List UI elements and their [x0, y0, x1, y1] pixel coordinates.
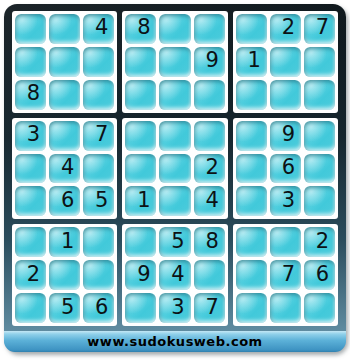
sudoku-cell[interactable]	[304, 186, 335, 216]
sudoku-cell[interactable]	[194, 14, 225, 44]
sudoku-cell[interactable]	[236, 260, 267, 290]
sudoku-box: 963	[233, 118, 338, 220]
sudoku-cell[interactable]: 1	[125, 186, 156, 216]
sudoku-cell[interactable]: 4	[194, 186, 225, 216]
sudoku-box: 589437	[122, 224, 227, 326]
sudoku-cell[interactable]: 8	[15, 80, 46, 110]
sudoku-cell[interactable]	[15, 186, 46, 216]
given-digit: 7	[95, 124, 108, 145]
sudoku-cell[interactable]	[83, 260, 114, 290]
sudoku-cell[interactable]	[15, 47, 46, 77]
sudoku-box: 1256	[12, 224, 117, 326]
sudoku-cell[interactable]	[49, 121, 80, 151]
sudoku-cell[interactable]: 8	[194, 227, 225, 257]
given-digit: 2	[282, 17, 295, 38]
sudoku-box: 271	[233, 11, 338, 113]
sudoku-cell[interactable]	[194, 80, 225, 110]
sudoku-cell[interactable]	[125, 227, 156, 257]
sudoku-cell[interactable]	[159, 154, 190, 184]
sudoku-cell[interactable]	[236, 121, 267, 151]
given-digit: 4	[61, 157, 74, 178]
given-digit: 2	[316, 231, 329, 252]
given-digit: 8	[137, 17, 150, 38]
sudoku-cell[interactable]	[270, 47, 301, 77]
given-digit: 4	[205, 190, 218, 211]
sudoku-box: 276	[233, 224, 338, 326]
given-digit: 3	[27, 124, 40, 145]
sudoku-cell[interactable]	[125, 47, 156, 77]
sudoku-cell[interactable]: 3	[15, 121, 46, 151]
sudoku-cell[interactable]: 6	[270, 154, 301, 184]
sudoku-cell[interactable]	[125, 293, 156, 323]
sudoku-box: 89	[122, 11, 227, 113]
sudoku-cell[interactable]	[125, 80, 156, 110]
sudoku-cell[interactable]	[236, 14, 267, 44]
sudoku-cell[interactable]: 8	[125, 14, 156, 44]
sudoku-cell[interactable]	[49, 14, 80, 44]
sudoku-cell[interactable]: 1	[49, 227, 80, 257]
sudoku-cell[interactable]: 5	[83, 186, 114, 216]
sudoku-frame: 4889271374652149631256589437276 www.sudo…	[4, 4, 346, 352]
website-link[interactable]: www.sudokusweb.com	[87, 334, 262, 349]
given-digit: 4	[171, 264, 184, 285]
given-digit: 5	[61, 297, 74, 318]
sudoku-cell[interactable]	[125, 154, 156, 184]
sudoku-cell[interactable]: 2	[270, 14, 301, 44]
sudoku-board: 4889271374652149631256589437276	[12, 11, 338, 326]
given-digit: 8	[205, 231, 218, 252]
sudoku-cell[interactable]: 4	[83, 14, 114, 44]
sudoku-cell[interactable]	[236, 186, 267, 216]
sudoku-cell[interactable]: 7	[194, 293, 225, 323]
sudoku-cell[interactable]	[159, 186, 190, 216]
sudoku-cell[interactable]	[270, 80, 301, 110]
sudoku-cell[interactable]: 3	[159, 293, 190, 323]
given-digit: 9	[205, 50, 218, 71]
given-digit: 9	[282, 124, 295, 145]
given-digit: 5	[171, 231, 184, 252]
sudoku-cell[interactable]: 3	[270, 186, 301, 216]
given-digit: 6	[61, 190, 74, 211]
sudoku-box: 48	[12, 11, 117, 113]
given-digit: 6	[316, 264, 329, 285]
sudoku-box: 214	[122, 118, 227, 220]
sudoku-cell[interactable]: 1	[236, 47, 267, 77]
sudoku-cell[interactable]	[304, 154, 335, 184]
sudoku-cell[interactable]: 2	[194, 154, 225, 184]
sudoku-cell[interactable]	[236, 293, 267, 323]
sudoku-cell[interactable]	[270, 293, 301, 323]
sudoku-cell[interactable]	[159, 14, 190, 44]
sudoku-cell[interactable]	[304, 80, 335, 110]
given-digit: 5	[95, 190, 108, 211]
sudoku-cell[interactable]: 9	[194, 47, 225, 77]
sudoku-cell[interactable]	[49, 47, 80, 77]
sudoku-cell[interactable]: 7	[83, 121, 114, 151]
sudoku-cell[interactable]	[304, 121, 335, 151]
sudoku-cell[interactable]	[159, 47, 190, 77]
given-digit: 1	[137, 190, 150, 211]
given-digit: 2	[27, 264, 40, 285]
sudoku-cell[interactable]: 7	[304, 14, 335, 44]
sudoku-cell[interactable]: 9	[125, 260, 156, 290]
given-digit: 1	[61, 231, 74, 252]
sudoku-cell[interactable]	[236, 227, 267, 257]
sudoku-cell[interactable]	[49, 260, 80, 290]
sudoku-cell[interactable]	[83, 154, 114, 184]
sudoku-cell[interactable]	[304, 47, 335, 77]
sudoku-cell[interactable]: 2	[15, 260, 46, 290]
sudoku-cell[interactable]	[15, 293, 46, 323]
sudoku-cell[interactable]: 9	[270, 121, 301, 151]
sudoku-cell[interactable]	[49, 80, 80, 110]
sudoku-cell[interactable]	[15, 227, 46, 257]
sudoku-cell[interactable]: 6	[304, 260, 335, 290]
sudoku-cell[interactable]	[159, 80, 190, 110]
given-digit: 8	[27, 83, 40, 104]
sudoku-cell[interactable]	[194, 121, 225, 151]
sudoku-cell[interactable]	[304, 293, 335, 323]
given-digit: 7	[316, 17, 329, 38]
sudoku-cell[interactable]: 7	[270, 260, 301, 290]
given-digit: 3	[171, 297, 184, 318]
given-digit: 2	[205, 157, 218, 178]
sudoku-box: 37465	[12, 118, 117, 220]
given-digit: 6	[95, 297, 108, 318]
sudoku-cell[interactable]: 4	[49, 154, 80, 184]
given-digit: 7	[205, 297, 218, 318]
sudoku-cell[interactable]	[83, 80, 114, 110]
sudoku-cell[interactable]: 5	[159, 227, 190, 257]
sudoku-cell[interactable]	[15, 154, 46, 184]
footer-bar: www.sudokusweb.com	[4, 331, 346, 352]
sudoku-cell[interactable]	[159, 121, 190, 151]
sudoku-cell[interactable]: 5	[49, 293, 80, 323]
sudoku-cell[interactable]	[236, 154, 267, 184]
sudoku-cell[interactable]: 2	[304, 227, 335, 257]
given-digit: 1	[248, 50, 261, 71]
sudoku-cell[interactable]: 4	[159, 260, 190, 290]
given-digit: 7	[282, 264, 295, 285]
given-digit: 6	[282, 157, 295, 178]
sudoku-cell[interactable]	[15, 14, 46, 44]
sudoku-cell[interactable]	[270, 227, 301, 257]
given-digit: 4	[95, 17, 108, 38]
given-digit: 9	[137, 264, 150, 285]
sudoku-cell[interactable]	[236, 80, 267, 110]
sudoku-cell[interactable]	[83, 47, 114, 77]
sudoku-cell[interactable]	[194, 260, 225, 290]
given-digit: 3	[282, 190, 295, 211]
sudoku-cell[interactable]: 6	[83, 293, 114, 323]
sudoku-cell[interactable]	[83, 227, 114, 257]
sudoku-cell[interactable]: 6	[49, 186, 80, 216]
sudoku-cell[interactable]	[125, 121, 156, 151]
